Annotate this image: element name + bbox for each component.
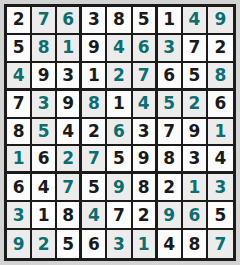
- sudoku-cell-r1c4[interactable]: 3: [82, 7, 107, 35]
- sudoku-cell-r5c2[interactable]: 5: [32, 119, 57, 147]
- sudoku-cell-r1c7[interactable]: 1: [158, 7, 183, 35]
- sudoku-cell-r3c5[interactable]: 2: [107, 63, 132, 91]
- sudoku-cell-r5c9[interactable]: 1: [208, 119, 233, 147]
- sudoku-cell-r5c8[interactable]: 9: [183, 119, 208, 147]
- sudoku-cell-r9c3[interactable]: 5: [57, 230, 82, 258]
- sudoku-cell-r7c8[interactable]: 1: [183, 174, 208, 202]
- sudoku-cell-r2c4[interactable]: 9: [82, 35, 107, 63]
- sudoku-cell-r7c5[interactable]: 9: [107, 174, 132, 202]
- sudoku-cell-r7c3[interactable]: 7: [57, 174, 82, 202]
- sudoku-cell-r6c6[interactable]: 9: [133, 146, 158, 174]
- sudoku-cell-r8c5[interactable]: 7: [107, 202, 132, 230]
- sudoku-cell-r8c7[interactable]: 9: [158, 202, 183, 230]
- sudoku-cell-r5c5[interactable]: 6: [107, 119, 132, 147]
- sudoku-cell-r6c2[interactable]: 6: [32, 146, 57, 174]
- sudoku-cell-r4c2[interactable]: 3: [32, 91, 57, 119]
- sudoku-cell-r8c6[interactable]: 2: [133, 202, 158, 230]
- sudoku-cell-r9c6[interactable]: 1: [133, 230, 158, 258]
- sudoku-cell-r7c6[interactable]: 8: [133, 174, 158, 202]
- sudoku-cell-r4c7[interactable]: 5: [158, 91, 183, 119]
- sudoku-cell-r1c8[interactable]: 4: [183, 7, 208, 35]
- sudoku-page: 2763851495819463724931276587398145268542…: [0, 0, 240, 265]
- sudoku-cell-r8c2[interactable]: 1: [32, 202, 57, 230]
- sudoku-cell-r3c6[interactable]: 7: [133, 63, 158, 91]
- sudoku-cell-r6c7[interactable]: 8: [158, 146, 183, 174]
- sudoku-cell-r5c4[interactable]: 2: [82, 119, 107, 147]
- sudoku-cell-r2c1[interactable]: 5: [7, 35, 32, 63]
- sudoku-cell-r8c1[interactable]: 3: [7, 202, 32, 230]
- sudoku-cell-r7c7[interactable]: 2: [158, 174, 183, 202]
- sudoku-cell-r3c1[interactable]: 4: [7, 63, 32, 91]
- sudoku-cell-r7c1[interactable]: 6: [7, 174, 32, 202]
- sudoku-cell-r9c9[interactable]: 7: [208, 230, 233, 258]
- sudoku-cell-r5c1[interactable]: 8: [7, 119, 32, 147]
- sudoku-cell-r7c9[interactable]: 3: [208, 174, 233, 202]
- sudoku-cell-r6c1[interactable]: 1: [7, 146, 32, 174]
- sudoku-cell-r1c2[interactable]: 7: [32, 7, 57, 35]
- sudoku-cell-r8c3[interactable]: 8: [57, 202, 82, 230]
- sudoku-cell-r6c5[interactable]: 5: [107, 146, 132, 174]
- sudoku-cell-r2c2[interactable]: 8: [32, 35, 57, 63]
- sudoku-cell-r2c6[interactable]: 6: [133, 35, 158, 63]
- sudoku-cell-r8c9[interactable]: 5: [208, 202, 233, 230]
- sudoku-cell-r9c5[interactable]: 3: [107, 230, 132, 258]
- sudoku-cell-r8c8[interactable]: 6: [183, 202, 208, 230]
- sudoku-cell-r2c9[interactable]: 2: [208, 35, 233, 63]
- sudoku-cell-r7c4[interactable]: 5: [82, 174, 107, 202]
- sudoku-board: 2763851495819463724931276587398145268542…: [4, 4, 236, 261]
- sudoku-cell-r1c5[interactable]: 8: [107, 7, 132, 35]
- sudoku-cell-r2c7[interactable]: 3: [158, 35, 183, 63]
- sudoku-cell-r4c6[interactable]: 4: [133, 91, 158, 119]
- sudoku-cell-r2c8[interactable]: 7: [183, 35, 208, 63]
- sudoku-cell-r5c6[interactable]: 3: [133, 119, 158, 147]
- sudoku-cell-r9c7[interactable]: 4: [158, 230, 183, 258]
- sudoku-cell-r9c2[interactable]: 2: [32, 230, 57, 258]
- sudoku-cell-r3c7[interactable]: 6: [158, 63, 183, 91]
- sudoku-cell-r9c8[interactable]: 8: [183, 230, 208, 258]
- sudoku-cell-r1c6[interactable]: 5: [133, 7, 158, 35]
- sudoku-cell-r4c9[interactable]: 6: [208, 91, 233, 119]
- sudoku-cell-r2c3[interactable]: 1: [57, 35, 82, 63]
- sudoku-cell-r1c1[interactable]: 2: [7, 7, 32, 35]
- sudoku-cell-r5c7[interactable]: 7: [158, 119, 183, 147]
- sudoku-cell-r6c8[interactable]: 3: [183, 146, 208, 174]
- sudoku-cell-r1c3[interactable]: 6: [57, 7, 82, 35]
- sudoku-cell-r3c3[interactable]: 3: [57, 63, 82, 91]
- sudoku-cell-r6c9[interactable]: 4: [208, 146, 233, 174]
- sudoku-cell-r1c9[interactable]: 9: [208, 7, 233, 35]
- sudoku-cell-r6c3[interactable]: 2: [57, 146, 82, 174]
- sudoku-cell-r3c9[interactable]: 8: [208, 63, 233, 91]
- sudoku-cell-r3c2[interactable]: 9: [32, 63, 57, 91]
- sudoku-cell-r8c4[interactable]: 4: [82, 202, 107, 230]
- sudoku-cell-r5c3[interactable]: 4: [57, 119, 82, 147]
- sudoku-cell-r4c5[interactable]: 1: [107, 91, 132, 119]
- sudoku-cell-r9c1[interactable]: 9: [7, 230, 32, 258]
- sudoku-cell-r4c1[interactable]: 7: [7, 91, 32, 119]
- sudoku-cell-r7c2[interactable]: 4: [32, 174, 57, 202]
- sudoku-cell-r4c4[interactable]: 8: [82, 91, 107, 119]
- sudoku-cell-r2c5[interactable]: 4: [107, 35, 132, 63]
- sudoku-cell-r6c4[interactable]: 7: [82, 146, 107, 174]
- sudoku-cell-r3c4[interactable]: 1: [82, 63, 107, 91]
- sudoku-cell-r4c3[interactable]: 9: [57, 91, 82, 119]
- sudoku-cell-r3c8[interactable]: 5: [183, 63, 208, 91]
- sudoku-cell-r9c4[interactable]: 6: [82, 230, 107, 258]
- sudoku-cell-r4c8[interactable]: 2: [183, 91, 208, 119]
